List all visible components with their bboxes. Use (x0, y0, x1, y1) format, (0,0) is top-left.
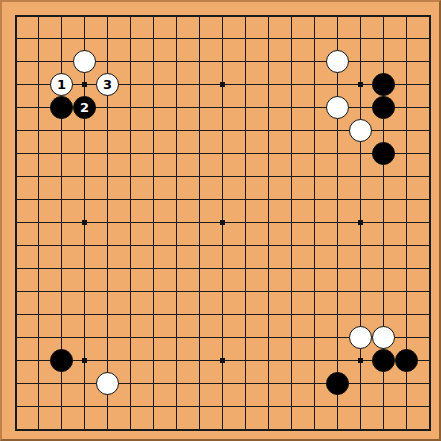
grid-line-horizontal (15, 314, 431, 315)
white-stone[interactable] (372, 326, 395, 349)
black-stone[interactable] (372, 142, 395, 165)
star-point (358, 358, 363, 363)
star-point (220, 82, 225, 87)
white-stone[interactable] (349, 119, 372, 142)
star-point (358, 220, 363, 225)
go-board[interactable]: 132 (0, 0, 441, 441)
grid-line-horizontal (15, 245, 431, 246)
black-stone[interactable] (50, 349, 73, 372)
white-stone[interactable] (349, 326, 372, 349)
star-point (220, 358, 225, 363)
grid-line-horizontal (15, 268, 431, 269)
white-stone[interactable] (96, 372, 119, 395)
grid-line-horizontal (15, 291, 431, 292)
black-stone[interactable] (395, 349, 418, 372)
white-stone-move-3[interactable]: 3 (96, 73, 119, 96)
star-point (358, 82, 363, 87)
star-point (82, 358, 87, 363)
black-stone[interactable] (372, 96, 395, 119)
grid-line-vertical (314, 15, 315, 431)
black-stone[interactable] (326, 372, 349, 395)
black-stone[interactable] (50, 96, 73, 119)
grid-line-vertical (245, 15, 246, 431)
white-stone[interactable] (326, 50, 349, 73)
star-point (82, 220, 87, 225)
grid-line-vertical (268, 15, 269, 431)
grid-line-horizontal (15, 383, 431, 384)
grid-line-vertical (291, 15, 292, 431)
grid-line-horizontal (15, 406, 431, 407)
star-point (220, 220, 225, 225)
white-stone[interactable] (326, 96, 349, 119)
star-point (82, 82, 87, 87)
black-stone[interactable] (372, 349, 395, 372)
grid-line-horizontal (15, 429, 431, 431)
black-stone-move-2[interactable]: 2 (73, 96, 96, 119)
black-stone[interactable] (372, 73, 395, 96)
white-stone-move-1[interactable]: 1 (50, 73, 73, 96)
grid-line-vertical (337, 15, 338, 431)
white-stone[interactable] (73, 50, 96, 73)
grid-line-vertical (429, 15, 431, 431)
